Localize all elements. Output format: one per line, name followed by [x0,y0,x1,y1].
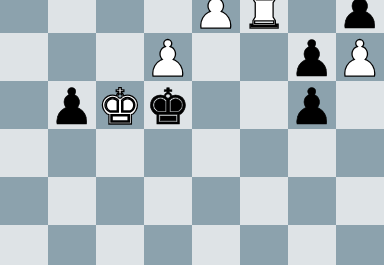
square-a6[interactable] [0,33,48,81]
chess-board: ♟♜♟♟♟♟♟♚♚♟ [0,0,384,265]
square-g6[interactable]: ♟ [288,33,336,81]
square-c3[interactable] [96,177,144,225]
square-d2[interactable] [144,225,192,265]
square-a5[interactable] [0,81,48,129]
black-pawn[interactable]: ♟ [290,34,335,84]
square-c2[interactable] [96,225,144,265]
white-pawn[interactable]: ♟ [194,0,239,36]
square-b2[interactable] [48,225,96,265]
square-d3[interactable] [144,177,192,225]
square-h3[interactable] [336,177,384,225]
square-h5[interactable] [336,81,384,129]
black-pawn[interactable]: ♟ [290,82,335,132]
square-g5[interactable]: ♟ [288,81,336,129]
square-c4[interactable] [96,129,144,177]
square-d4[interactable] [144,129,192,177]
square-d5[interactable]: ♚ [144,81,192,129]
square-b3[interactable] [48,177,96,225]
square-f2[interactable] [240,225,288,265]
square-b4[interactable] [48,129,96,177]
square-h4[interactable] [336,129,384,177]
square-a3[interactable] [0,177,48,225]
white-king[interactable]: ♚ [98,82,143,132]
square-c7[interactable] [96,0,144,33]
square-f3[interactable] [240,177,288,225]
square-a7[interactable] [0,0,48,33]
square-f4[interactable] [240,129,288,177]
white-rook[interactable]: ♜ [242,0,287,36]
square-a4[interactable] [0,129,48,177]
square-g4[interactable] [288,129,336,177]
square-e5[interactable] [192,81,240,129]
black-pawn[interactable]: ♟ [50,82,95,132]
chess-board-viewport: ♟♜♟♟♟♟♟♚♚♟ [0,0,384,265]
square-d7[interactable] [144,0,192,33]
square-g7[interactable] [288,0,336,33]
square-c6[interactable] [96,33,144,81]
square-f5[interactable] [240,81,288,129]
square-e7[interactable]: ♟ [192,0,240,33]
square-b5[interactable]: ♟ [48,81,96,129]
square-e6[interactable] [192,33,240,81]
square-e3[interactable] [192,177,240,225]
square-f7[interactable]: ♜ [240,0,288,33]
square-h2[interactable] [336,225,384,265]
white-pawn[interactable]: ♟ [146,34,191,84]
square-f6[interactable] [240,33,288,81]
square-g3[interactable] [288,177,336,225]
square-d6[interactable]: ♟ [144,33,192,81]
square-c5[interactable]: ♚ [96,81,144,129]
white-pawn[interactable]: ♟ [338,34,383,84]
square-e4[interactable] [192,129,240,177]
black-king[interactable]: ♚ [146,82,191,132]
square-b7[interactable] [48,0,96,33]
square-h7[interactable]: ♟ [336,0,384,33]
square-e2[interactable] [192,225,240,265]
square-h6[interactable]: ♟ [336,33,384,81]
square-g2[interactable] [288,225,336,265]
square-b6[interactable] [48,33,96,81]
square-a2[interactable] [0,225,48,265]
